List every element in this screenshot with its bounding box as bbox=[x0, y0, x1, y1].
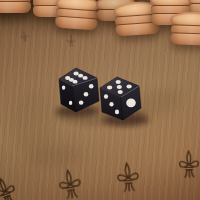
die-pip bbox=[79, 100, 84, 104]
die-pip bbox=[89, 84, 94, 88]
backgammon-scene bbox=[0, 0, 200, 200]
dice bbox=[0, 0, 200, 200]
die-pip bbox=[126, 98, 136, 107]
die-pip bbox=[109, 102, 113, 107]
die-pip bbox=[104, 94, 108, 99]
die-pip bbox=[117, 85, 122, 89]
die-pip bbox=[74, 72, 79, 76]
die-pip bbox=[118, 90, 123, 94]
die-pip bbox=[115, 110, 119, 115]
die-pip bbox=[78, 74, 83, 78]
die-pip bbox=[72, 80, 77, 84]
die-pip bbox=[62, 86, 65, 90]
die-pip bbox=[83, 76, 88, 80]
die-pip bbox=[84, 92, 89, 96]
die-pip bbox=[127, 85, 132, 89]
die-pip bbox=[69, 101, 72, 105]
die-pip bbox=[107, 86, 112, 90]
die-pip bbox=[116, 80, 121, 84]
